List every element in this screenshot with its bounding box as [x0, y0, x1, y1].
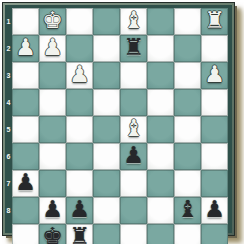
rank-label-7: 7 [5, 170, 12, 197]
chessboard: ♚♝♜♟♟♜♟♟♝♟♟♟♟♝♟♚♜ [12, 8, 228, 224]
chessboard-frame: 12345678 HGFEDCBA ♚♝♜♟♟♜♟♟♝♟♟♟♟♝♟♚♜ [2, 2, 235, 236]
square-a4[interactable] [201, 89, 228, 116]
black-pawn-h7[interactable]: ♟ [15, 169, 36, 196]
square-e8[interactable] [93, 197, 120, 224]
square-g6[interactable] [39, 143, 66, 170]
square-c8[interactable] [147, 197, 174, 224]
black-rook-fundefined[interactable]: ♜ [69, 223, 90, 244]
square-a2[interactable] [201, 35, 228, 62]
square-bundefined[interactable] [174, 224, 201, 244]
square-d7[interactable] [120, 170, 147, 197]
square-g8[interactable]: ♟ [39, 197, 66, 224]
black-king-gundefined[interactable]: ♚ [42, 223, 63, 244]
white-pawn-g2[interactable]: ♟ [42, 34, 63, 61]
white-king-g1[interactable]: ♚ [42, 7, 63, 34]
white-rook-a1[interactable]: ♜ [204, 7, 225, 34]
square-f7[interactable] [66, 170, 93, 197]
white-pawn-f3[interactable]: ♟ [69, 61, 90, 88]
square-f6[interactable] [66, 143, 93, 170]
square-h6[interactable] [12, 143, 39, 170]
square-c5[interactable] [147, 116, 174, 143]
square-h1[interactable] [12, 8, 39, 35]
square-c2[interactable] [147, 35, 174, 62]
square-a3[interactable]: ♟ [201, 62, 228, 89]
rank-labels: 12345678 [5, 8, 12, 224]
white-pawn-a3[interactable]: ♟ [204, 61, 225, 88]
square-a1[interactable]: ♜ [201, 8, 228, 35]
square-b3[interactable] [174, 62, 201, 89]
square-g4[interactable] [39, 89, 66, 116]
square-c6[interactable] [147, 143, 174, 170]
rank-label-2: 2 [5, 35, 12, 62]
square-b6[interactable] [174, 143, 201, 170]
square-b1[interactable] [174, 8, 201, 35]
square-d2[interactable]: ♜ [120, 35, 147, 62]
square-d4[interactable] [120, 89, 147, 116]
square-h8[interactable] [12, 197, 39, 224]
black-pawn-f8[interactable]: ♟ [69, 196, 90, 223]
square-e2[interactable] [93, 35, 120, 62]
square-c7[interactable] [147, 170, 174, 197]
rank-label-5: 5 [5, 116, 12, 143]
square-h5[interactable] [12, 116, 39, 143]
rank-label-3: 3 [5, 62, 12, 89]
chessboard-inner-frame: 12345678 HGFEDCBA ♚♝♜♟♟♜♟♟♝♟♟♟♟♝♟♚♜ [5, 5, 232, 233]
square-a7[interactable] [201, 170, 228, 197]
square-e4[interactable] [93, 89, 120, 116]
square-a5[interactable] [201, 116, 228, 143]
square-g7[interactable] [39, 170, 66, 197]
square-f8[interactable]: ♟ [66, 197, 93, 224]
square-b2[interactable] [174, 35, 201, 62]
square-d8[interactable] [120, 197, 147, 224]
black-rook-d2[interactable]: ♜ [123, 34, 144, 61]
square-c3[interactable] [147, 62, 174, 89]
square-e1[interactable] [93, 8, 120, 35]
square-d5[interactable]: ♝ [120, 116, 147, 143]
square-c4[interactable] [147, 89, 174, 116]
black-bishop-b8[interactable]: ♝ [177, 196, 198, 223]
square-g2[interactable]: ♟ [39, 35, 66, 62]
square-b5[interactable] [174, 116, 201, 143]
white-bishop-d1[interactable]: ♝ [123, 7, 144, 34]
white-pawn-h2[interactable]: ♟ [15, 34, 36, 61]
square-e3[interactable] [93, 62, 120, 89]
square-a6[interactable] [201, 143, 228, 170]
square-f4[interactable] [66, 89, 93, 116]
square-b4[interactable] [174, 89, 201, 116]
square-a8[interactable]: ♟ [201, 197, 228, 224]
square-g1[interactable]: ♚ [39, 8, 66, 35]
square-b7[interactable] [174, 170, 201, 197]
black-pawn-d6[interactable]: ♟ [123, 142, 144, 169]
square-cundefined[interactable] [147, 224, 174, 244]
square-fundefined[interactable]: ♜ [66, 224, 93, 244]
rank-label-4: 4 [5, 89, 12, 116]
square-g3[interactable] [39, 62, 66, 89]
square-hundefined[interactable] [12, 224, 39, 244]
screenshot-root: 12345678 HGFEDCBA ♚♝♜♟♟♜♟♟♝♟♟♟♟♝♟♚♜ [0, 0, 244, 244]
square-d6[interactable]: ♟ [120, 143, 147, 170]
square-f2[interactable] [66, 35, 93, 62]
square-e7[interactable] [93, 170, 120, 197]
square-g5[interactable] [39, 116, 66, 143]
square-e5[interactable] [93, 116, 120, 143]
square-d1[interactable]: ♝ [120, 8, 147, 35]
square-h7[interactable]: ♟ [12, 170, 39, 197]
square-eundefined[interactable] [93, 224, 120, 244]
square-h4[interactable] [12, 89, 39, 116]
square-f3[interactable]: ♟ [66, 62, 93, 89]
rank-label-8: 8 [5, 197, 12, 224]
black-pawn-a8[interactable]: ♟ [204, 196, 225, 223]
square-c1[interactable] [147, 8, 174, 35]
square-f1[interactable] [66, 8, 93, 35]
square-f5[interactable] [66, 116, 93, 143]
white-bishop-d5[interactable]: ♝ [123, 115, 144, 142]
black-pawn-g8[interactable]: ♟ [42, 196, 63, 223]
rank-label-1: 1 [5, 8, 12, 35]
square-d3[interactable] [120, 62, 147, 89]
square-h3[interactable] [12, 62, 39, 89]
square-dundefined[interactable] [120, 224, 147, 244]
square-gundefined[interactable]: ♚ [39, 224, 66, 244]
square-aundefined[interactable] [201, 224, 228, 244]
square-h2[interactable]: ♟ [12, 35, 39, 62]
square-e6[interactable] [93, 143, 120, 170]
square-b8[interactable]: ♝ [174, 197, 201, 224]
rank-label-6: 6 [5, 143, 12, 170]
